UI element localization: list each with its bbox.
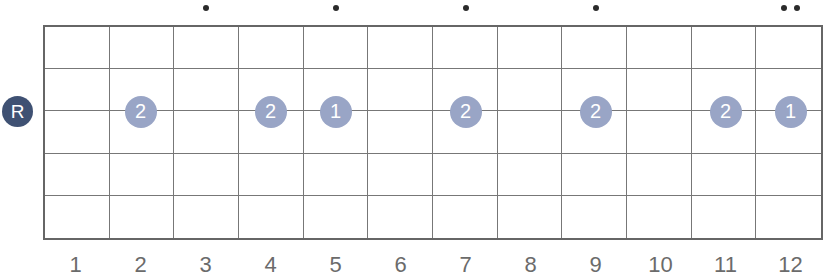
note-marker-fret-11: 2 [710,96,742,128]
fret-number-label: 10 [628,252,693,278]
fret-cell [498,154,563,196]
fret-cell [692,27,757,69]
fret-cell [304,27,369,69]
fret-cell [627,69,692,111]
note-marker-fret-9: 2 [580,96,612,128]
fret-number-label: 9 [563,252,628,278]
fret-cell [368,111,433,153]
fret-cell [756,196,821,238]
fret-cell [368,154,433,196]
fret-number-label: 12 [758,252,823,278]
fret-cell [304,154,369,196]
fret-cell [45,196,110,238]
fret-cell [627,111,692,153]
fret-cell [45,69,110,111]
fret-number-label: 3 [173,252,238,278]
fret-cell [368,69,433,111]
fret-cell [239,27,304,69]
fret-number-label: 1 [43,252,108,278]
fretboard-diagram: R2212221 123456789101112 [0,0,824,280]
fret-number-label: 5 [303,252,368,278]
fret-cell [692,196,757,238]
note-marker-fret-5: 1 [320,96,352,128]
fret-cell [174,196,239,238]
fret-number-label: 7 [433,252,498,278]
fret-cell [110,154,175,196]
fret-cell [433,196,498,238]
fret-cell [498,69,563,111]
fret-cell [174,69,239,111]
fret-number-label: 2 [108,252,173,278]
fret-cell [174,111,239,153]
note-marker-fret-12: 1 [775,96,807,128]
fret-cell [110,196,175,238]
fret-cell [627,27,692,69]
open-root-marker: R [2,96,33,127]
fretboard-grid [43,25,823,240]
fret-cell [562,196,627,238]
inlay-dot-icon [794,5,800,11]
fret-cell [45,27,110,69]
fret-cell [368,196,433,238]
inlay-dot-icon [463,5,469,11]
fret-cell [627,196,692,238]
fret-cell [174,27,239,69]
fret-number-row: 123456789101112 [43,252,823,278]
fret-cell [304,196,369,238]
fret-cell [756,154,821,196]
inlay-dot-icon [593,5,599,11]
fret-number-label: 4 [238,252,303,278]
inlay-dot-icon [333,5,339,11]
inlay-dot-icon [781,5,787,11]
fret-number-label: 11 [693,252,758,278]
fret-cell [45,154,110,196]
fret-cell [756,27,821,69]
fret-cell [368,27,433,69]
fret-cell [562,27,627,69]
fret-cell [174,154,239,196]
fret-number-label: 8 [498,252,563,278]
note-marker-fret-4: 2 [255,96,287,128]
fret-cell [498,196,563,238]
fret-cell [433,27,498,69]
fret-cell [562,154,627,196]
fret-cell [239,154,304,196]
fret-cell [45,111,110,153]
fret-cell [239,196,304,238]
fret-cell [627,154,692,196]
inlay-dot-icon [203,5,209,11]
fret-cell [692,154,757,196]
fret-cell [498,27,563,69]
fret-cell [498,111,563,153]
fret-number-label: 6 [368,252,433,278]
note-marker-fret-2: 2 [125,96,157,128]
fret-cell [110,27,175,69]
fret-cell [433,154,498,196]
note-marker-fret-7: 2 [450,96,482,128]
